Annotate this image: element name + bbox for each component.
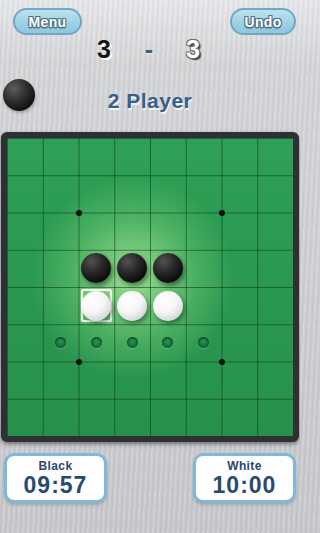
cell-c3 [79,213,115,250]
cell-h6 [257,324,293,361]
cell-a1 [7,138,43,175]
legal-move-dot[interactable] [91,337,102,348]
cell-f6[interactable] [186,324,222,361]
black-piece [117,253,147,283]
star-point [76,210,82,216]
cell-a4 [7,250,43,287]
cell-g5 [222,287,258,324]
othello-board [1,132,299,442]
legal-move-dot[interactable] [55,337,66,348]
cell-c5 [79,287,115,324]
cell-e4 [150,250,186,287]
cell-h7 [257,362,293,399]
cell-c7 [79,362,115,399]
cell-b5 [43,287,79,324]
cell-a8 [7,399,43,436]
cell-g3 [222,213,258,250]
black-timer: Black 09:57 [4,453,107,503]
menu-button[interactable]: Menu [13,8,82,35]
cell-c1 [79,138,115,175]
cell-a7 [7,362,43,399]
white-piece [81,291,111,321]
cell-d7 [114,362,150,399]
cell-g4 [222,250,258,287]
white-timer-time: 10:00 [213,473,277,497]
cell-d5 [114,287,150,324]
black-piece [153,253,183,283]
cell-e2 [150,175,186,212]
cell-f5 [186,287,222,324]
cell-b1 [43,138,79,175]
cell-e6[interactable] [150,324,186,361]
star-point [76,359,82,365]
cell-f4 [186,250,222,287]
cell-e3 [150,213,186,250]
cell-d4 [114,250,150,287]
star-point [219,359,225,365]
cell-e1 [150,138,186,175]
cell-a5 [7,287,43,324]
cell-b2 [43,175,79,212]
cell-e5 [150,287,186,324]
cell-g8 [222,399,258,436]
white-timer-label: White [227,460,262,473]
cell-d6[interactable] [114,324,150,361]
cell-g2 [222,175,258,212]
cell-f1 [186,138,222,175]
cell-a2 [7,175,43,212]
cell-c4 [79,250,115,287]
cell-f8 [186,399,222,436]
cell-c2 [79,175,115,212]
cell-e8 [150,399,186,436]
black-timer-time: 09:57 [24,473,88,497]
legal-move-dot[interactable] [127,337,138,348]
game-mode-label: 2 Player [0,89,300,113]
cell-b4 [43,250,79,287]
cell-c8 [79,399,115,436]
cell-f2 [186,175,222,212]
cell-f7 [186,362,222,399]
cell-c6[interactable] [79,324,115,361]
cell-b8 [43,399,79,436]
star-point [219,210,225,216]
cell-b7 [43,362,79,399]
white-piece [117,291,147,321]
cell-d8 [114,399,150,436]
cell-e7 [150,362,186,399]
undo-button[interactable]: Undo [230,8,296,35]
cell-g6 [222,324,258,361]
white-piece [153,291,183,321]
score-white: 3 [186,36,200,62]
cell-a6 [7,324,43,361]
white-timer: White 10:00 [193,453,296,503]
cell-g1 [222,138,258,175]
cell-f3 [186,213,222,250]
cell-h4 [257,250,293,287]
cell-h1 [257,138,293,175]
cell-d2 [114,175,150,212]
cell-d1 [114,138,150,175]
board-surface [7,138,293,436]
cell-b6[interactable] [43,324,79,361]
cell-h8 [257,399,293,436]
black-timer-label: Black [38,460,72,473]
cell-h2 [257,175,293,212]
cell-g7 [222,362,258,399]
score-separator: - [145,36,153,62]
cell-a3 [7,213,43,250]
score-black: 3 [97,36,111,62]
cell-h3 [257,213,293,250]
legal-move-dot[interactable] [162,337,173,348]
cell-b3 [43,213,79,250]
cell-d3 [114,213,150,250]
cell-h5 [257,287,293,324]
legal-move-dot[interactable] [198,337,209,348]
black-piece [81,253,111,283]
